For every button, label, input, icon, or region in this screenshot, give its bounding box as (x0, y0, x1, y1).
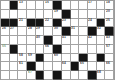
cell-r5c6-block (44, 36, 53, 45)
cell-r1c11[interactable]: 17 (88, 1, 97, 10)
cell-r1c12[interactable] (97, 1, 106, 10)
cell-r9c11-block (88, 71, 97, 80)
cell-r1c3[interactable]: 13 (18, 1, 27, 10)
cell-r6c8[interactable] (62, 45, 71, 54)
cell-r8c9-block (71, 62, 80, 71)
cell-r6c6[interactable]: 56 (44, 45, 53, 54)
cell-r8c11[interactable] (88, 62, 97, 71)
cell-r7c7[interactable]: 60 (53, 54, 62, 63)
clue-number: 67 (28, 71, 32, 74)
cell-r8c5[interactable] (36, 62, 45, 71)
cell-r3c10[interactable] (79, 19, 88, 28)
cell-r6c4[interactable] (27, 45, 36, 54)
clue-number: 60 (54, 54, 58, 57)
cell-r1c8[interactable] (62, 1, 71, 10)
cell-r5c12[interactable] (97, 36, 106, 45)
cell-r8c2[interactable] (10, 62, 19, 71)
cell-r4c7[interactable]: 30 (53, 27, 62, 36)
cell-r2c5[interactable] (36, 10, 45, 19)
cell-r6c13[interactable]: 57 (105, 45, 114, 54)
cell-r4c4[interactable]: 28 (27, 27, 36, 36)
clue-number: 23 (62, 19, 66, 22)
clue-number: 55 (2, 45, 6, 48)
cell-r1c4[interactable] (27, 1, 36, 10)
clue-number: 21 (19, 19, 23, 22)
cell-r5c5[interactable]: 40 (36, 36, 45, 45)
cell-r4c2[interactable]: 27 (10, 27, 19, 36)
cell-r9c8[interactable] (62, 71, 71, 80)
clue-number: 22 (45, 19, 49, 22)
cell-r6c7-block (53, 45, 62, 54)
clue-number: 59 (28, 54, 32, 57)
cell-r7c2[interactable] (10, 54, 19, 63)
cell-r3c11[interactable]: 24 (88, 19, 97, 28)
cell-r9c5-block (36, 71, 45, 80)
clue-number: 56 (45, 45, 49, 48)
clue-number: 31 (71, 27, 75, 30)
cell-r8c1[interactable] (1, 62, 10, 71)
cell-r9c2[interactable] (10, 71, 19, 80)
cell-r2c1[interactable] (1, 10, 10, 19)
cell-r2c7[interactable]: 19 (53, 10, 62, 19)
clue-number: 30 (54, 27, 58, 30)
cell-r1c1[interactable] (1, 1, 10, 10)
clue-number: 32 (97, 27, 101, 30)
cell-r5c4[interactable] (27, 36, 36, 45)
cell-r7c5-block (36, 54, 45, 63)
cell-r4c3[interactable] (18, 27, 27, 36)
clue-number: 29 (36, 27, 40, 30)
cell-r9c6[interactable] (44, 71, 53, 80)
cell-r7c12-block (97, 54, 106, 63)
cell-r7c11[interactable] (88, 54, 97, 63)
clue-number: 26 (2, 27, 6, 30)
clue-number: 15 (45, 1, 49, 4)
cell-r9c10[interactable] (79, 71, 88, 80)
cell-r4c6[interactable] (44, 27, 53, 36)
cell-r4c1[interactable]: 26 (1, 27, 10, 36)
clue-number: 66 (106, 62, 110, 65)
cell-r9c12[interactable]: 68 (97, 71, 106, 80)
cell-r2c8-block (62, 10, 71, 19)
cell-r2c11[interactable] (88, 10, 97, 19)
clue-number: 17 (88, 1, 92, 4)
clue-number: 40 (36, 36, 40, 39)
cell-r9c9[interactable] (71, 71, 80, 80)
cell-r5c9[interactable] (71, 36, 80, 45)
cell-r5c10[interactable] (79, 36, 88, 45)
cell-r2c2[interactable] (10, 10, 19, 19)
clue-number: 20 (106, 10, 110, 13)
cell-r5c13[interactable]: 43 (105, 36, 114, 45)
cell-r5c1[interactable] (1, 36, 10, 45)
clue-number: 41 (62, 36, 66, 39)
cell-r6c1[interactable]: 55 (1, 45, 10, 54)
cell-r6c5[interactable] (36, 45, 45, 54)
cell-r7c1[interactable] (1, 54, 10, 63)
cell-r5c7[interactable] (53, 36, 62, 45)
cell-r1c10[interactable] (79, 1, 88, 10)
clue-number: 68 (97, 71, 101, 74)
cell-r1c2-block (10, 1, 19, 10)
cell-r7c4[interactable]: 59 (27, 54, 36, 63)
cell-r2c4[interactable] (27, 10, 36, 19)
clue-number: 19 (54, 10, 58, 13)
cell-r9c1[interactable] (1, 71, 10, 80)
cell-r3c3[interactable]: 21 (18, 19, 27, 28)
cell-r1c7-block (53, 1, 62, 10)
clue-number: 25 (106, 19, 110, 22)
cell-r4c9[interactable]: 31 (71, 27, 80, 36)
cell-r5c8[interactable]: 41 (62, 36, 71, 45)
cell-r9c7-block (53, 71, 62, 80)
cell-r2c3[interactable] (18, 10, 27, 19)
cell-r5c3[interactable] (18, 36, 27, 45)
clue-number: 27 (10, 27, 14, 30)
clue-number: 65 (80, 62, 84, 65)
cell-r2c13[interactable]: 20 (105, 10, 114, 19)
clue-number: 58 (19, 54, 23, 57)
cell-r6c10[interactable] (79, 45, 88, 54)
cell-r9c4[interactable]: 67 (27, 71, 36, 80)
cell-r2c6[interactable] (44, 10, 53, 19)
cell-r2c10[interactable] (79, 10, 88, 19)
cell-r1c9[interactable] (71, 1, 80, 10)
cell-r3c6[interactable]: 22 (44, 19, 53, 28)
cell-r8c6[interactable] (44, 62, 53, 71)
cell-r9c3[interactable] (18, 71, 27, 80)
clue-number: 42 (88, 36, 92, 39)
cell-r4c10[interactable] (79, 27, 88, 36)
cell-r8c13[interactable]: 66 (105, 62, 114, 71)
cell-r7c9[interactable] (71, 54, 80, 63)
cell-r8c8[interactable]: 64 (62, 62, 71, 71)
cell-r1c5[interactable] (36, 1, 45, 10)
cell-r5c2[interactable] (10, 36, 19, 45)
cell-r6c11[interactable] (88, 45, 97, 54)
cell-r4c12[interactable]: 32 (97, 27, 106, 36)
cell-r3c13[interactable]: 25 (105, 19, 114, 28)
clue-number: 43 (106, 36, 110, 39)
clue-number: 13 (19, 1, 23, 4)
cell-r9c13[interactable] (105, 71, 114, 80)
clue-number: 57 (106, 45, 110, 48)
clue-number: 18 (106, 1, 110, 4)
cell-r5c11[interactable]: 42 (88, 36, 97, 45)
cell-r8c10[interactable]: 65 (79, 62, 88, 71)
cell-r6c12[interactable] (97, 45, 106, 54)
clue-number: 64 (62, 62, 66, 65)
cell-r7c6[interactable] (44, 54, 53, 63)
cell-r1c6[interactable]: 15 (44, 1, 53, 10)
cell-r1c13[interactable]: 18 (105, 1, 114, 10)
cell-r8c3[interactable]: 61 (18, 62, 27, 71)
cell-r6c2-block (10, 45, 19, 54)
cell-r8c7[interactable] (53, 62, 62, 71)
clue-number: 28 (28, 27, 32, 30)
cell-r2c12[interactable] (97, 10, 106, 19)
cell-r6c9[interactable] (71, 45, 80, 54)
cell-r3c8[interactable]: 23 (62, 19, 71, 28)
cell-r2c9[interactable] (71, 10, 80, 19)
clue-number: 61 (19, 62, 23, 65)
clue-number: 24 (88, 19, 92, 22)
crossword-grid: 1315171819202122232425262728293031324041… (0, 0, 115, 80)
cell-r6c3[interactable] (18, 45, 27, 54)
